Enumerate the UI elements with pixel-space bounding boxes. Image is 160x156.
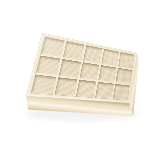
tray-compartment xyxy=(83,45,102,63)
tray-compartment xyxy=(76,80,96,98)
tray-compartment xyxy=(118,52,134,68)
tray-compartment xyxy=(98,65,116,82)
tray-compartment xyxy=(115,68,131,84)
product-photo-scene xyxy=(0,0,160,156)
tray-compartment xyxy=(41,37,65,57)
tray-compartment xyxy=(31,75,56,95)
tray-compartment xyxy=(95,82,114,99)
tray-compartment xyxy=(101,49,119,66)
tray-compartment xyxy=(55,77,78,96)
tray-compartment xyxy=(80,62,100,80)
tray-compartment xyxy=(113,84,130,100)
tray-compartment xyxy=(59,59,81,78)
tray-compartment xyxy=(63,41,84,60)
tray-compartment xyxy=(36,55,61,75)
